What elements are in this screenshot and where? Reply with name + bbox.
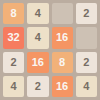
tile-r4c1: 4 bbox=[3, 76, 24, 97]
tile-r1c2: 4 bbox=[27, 3, 48, 24]
tile-r2c1: 32 bbox=[3, 27, 24, 48]
empty-cell-r1c3 bbox=[52, 3, 73, 24]
tile-r4c2: 2 bbox=[27, 76, 48, 97]
tile-r1c4: 2 bbox=[76, 3, 97, 24]
tile-r3c3: 8 bbox=[52, 52, 73, 73]
tile-r2c3: 16 bbox=[52, 27, 73, 48]
2048-board[interactable]: 8 4 2 32 4 16 2 16 8 2 4 2 16 4 bbox=[0, 0, 100, 100]
empty-cell-r2c4 bbox=[76, 27, 97, 48]
tile-r3c4: 2 bbox=[76, 52, 97, 73]
tile-r1c1: 8 bbox=[3, 3, 24, 24]
tile-r4c3: 16 bbox=[52, 76, 73, 97]
tile-r2c2: 4 bbox=[27, 27, 48, 48]
tile-r3c1: 2 bbox=[3, 52, 24, 73]
tile-r3c2: 16 bbox=[27, 52, 48, 73]
tile-r4c4: 4 bbox=[76, 76, 97, 97]
